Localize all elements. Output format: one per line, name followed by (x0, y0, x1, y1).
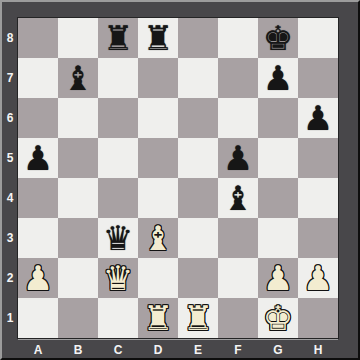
square-f8[interactable] (218, 18, 258, 58)
rank-label-1: 1 (2, 298, 18, 338)
square-a8[interactable] (18, 18, 58, 58)
square-d5[interactable] (138, 138, 178, 178)
square-g1[interactable]: ♚ (258, 298, 298, 338)
square-e1[interactable]: ♜ (178, 298, 218, 338)
rank-label-3: 3 (2, 218, 18, 258)
rank-label-6: 6 (2, 98, 18, 138)
rank-label-4: 4 (2, 178, 18, 218)
square-a7[interactable] (18, 58, 58, 98)
square-b4[interactable] (58, 178, 98, 218)
square-e2[interactable] (178, 258, 218, 298)
square-f6[interactable] (218, 98, 258, 138)
square-g5[interactable] (258, 138, 298, 178)
square-c4[interactable] (98, 178, 138, 218)
square-g2[interactable]: ♟ (258, 258, 298, 298)
piece-black-queen-c3: ♛ (103, 218, 133, 258)
piece-white-pawn-h2: ♟ (303, 258, 333, 298)
square-g8[interactable]: ♚ (258, 18, 298, 58)
piece-black-rook-c8: ♜ (103, 18, 133, 58)
square-a5[interactable]: ♟ (18, 138, 58, 178)
rank-label-2: 2 (2, 258, 18, 298)
piece-black-pawn-g7: ♟ (263, 58, 293, 98)
square-e4[interactable] (178, 178, 218, 218)
square-e7[interactable] (178, 58, 218, 98)
square-b5[interactable] (58, 138, 98, 178)
square-b7[interactable]: ♝ (58, 58, 98, 98)
square-a2[interactable]: ♟ (18, 258, 58, 298)
file-label-d: D (138, 339, 178, 360)
file-label-f: F (218, 339, 258, 360)
rank-label-5: 5 (2, 138, 18, 178)
piece-black-rook-d8: ♜ (143, 18, 173, 58)
square-e3[interactable] (178, 218, 218, 258)
square-h6[interactable]: ♟ (298, 98, 338, 138)
chess-board: ♜♜♚♝♟♟♟♟♝♛♝♟♛♟♟♜♜♚ (18, 18, 338, 338)
square-h4[interactable] (298, 178, 338, 218)
square-f5[interactable]: ♟ (218, 138, 258, 178)
piece-white-bishop-d3: ♝ (143, 218, 173, 258)
piece-black-bishop-f4: ♝ (223, 178, 253, 218)
square-c5[interactable] (98, 138, 138, 178)
square-c2[interactable]: ♛ (98, 258, 138, 298)
square-c7[interactable] (98, 58, 138, 98)
square-f2[interactable] (218, 258, 258, 298)
piece-white-king-g1: ♚ (263, 298, 293, 338)
square-d8[interactable]: ♜ (138, 18, 178, 58)
piece-white-pawn-g2: ♟ (263, 258, 293, 298)
square-b8[interactable] (58, 18, 98, 58)
piece-white-rook-e1: ♜ (183, 298, 213, 338)
square-d7[interactable] (138, 58, 178, 98)
file-label-e: E (178, 339, 218, 360)
square-e8[interactable] (178, 18, 218, 58)
square-c6[interactable] (98, 98, 138, 138)
square-c1[interactable] (98, 298, 138, 338)
square-h2[interactable]: ♟ (298, 258, 338, 298)
chessboard-window: 87654321 ♜♜♚♝♟♟♟♟♝♛♝♟♛♟♟♜♜♚ ABCDEFGH (0, 0, 360, 360)
square-h1[interactable] (298, 298, 338, 338)
square-a1[interactable] (18, 298, 58, 338)
square-g3[interactable] (258, 218, 298, 258)
square-a6[interactable] (18, 98, 58, 138)
square-h7[interactable] (298, 58, 338, 98)
file-label-g: G (258, 339, 298, 360)
square-h5[interactable] (298, 138, 338, 178)
square-g7[interactable]: ♟ (258, 58, 298, 98)
square-d4[interactable] (138, 178, 178, 218)
square-d6[interactable] (138, 98, 178, 138)
square-b1[interactable] (58, 298, 98, 338)
square-c8[interactable]: ♜ (98, 18, 138, 58)
square-h8[interactable] (298, 18, 338, 58)
file-label-b: B (58, 339, 98, 360)
square-d2[interactable] (138, 258, 178, 298)
square-e5[interactable] (178, 138, 218, 178)
file-label-a: A (18, 339, 58, 360)
square-f3[interactable] (218, 218, 258, 258)
square-g4[interactable] (258, 178, 298, 218)
square-d3[interactable]: ♝ (138, 218, 178, 258)
square-b3[interactable] (58, 218, 98, 258)
piece-white-rook-d1: ♜ (143, 298, 173, 338)
piece-black-bishop-b7: ♝ (63, 58, 93, 98)
square-b2[interactable] (58, 258, 98, 298)
file-labels: ABCDEFGH (18, 339, 338, 360)
piece-black-pawn-a5: ♟ (23, 138, 53, 178)
file-label-h: H (298, 339, 338, 360)
piece-white-queen-c2: ♛ (103, 258, 133, 298)
square-h3[interactable] (298, 218, 338, 258)
square-f7[interactable] (218, 58, 258, 98)
square-a3[interactable] (18, 218, 58, 258)
piece-black-king-g8: ♚ (263, 18, 293, 58)
square-d1[interactable]: ♜ (138, 298, 178, 338)
piece-black-pawn-f5: ♟ (223, 138, 253, 178)
square-e6[interactable] (178, 98, 218, 138)
piece-white-pawn-a2: ♟ (23, 258, 53, 298)
rank-label-8: 8 (2, 18, 18, 58)
rank-label-7: 7 (2, 58, 18, 98)
file-label-c: C (98, 339, 138, 360)
square-f4[interactable]: ♝ (218, 178, 258, 218)
square-c3[interactable]: ♛ (98, 218, 138, 258)
square-b6[interactable] (58, 98, 98, 138)
square-g6[interactable] (258, 98, 298, 138)
piece-black-pawn-h6: ♟ (303, 98, 333, 138)
square-a4[interactable] (18, 178, 58, 218)
square-f1[interactable] (218, 298, 258, 338)
rank-labels: 87654321 (2, 18, 18, 338)
